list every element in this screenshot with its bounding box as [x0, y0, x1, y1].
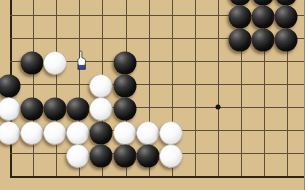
star-point — [216, 105, 221, 110]
grid-line-horizontal — [10, 84, 305, 85]
black-stone — [229, 29, 252, 52]
white-stone — [44, 121, 67, 144]
white-stone — [0, 98, 21, 121]
black-stone — [90, 121, 113, 144]
black-stone — [21, 52, 44, 75]
white-stone — [113, 121, 136, 144]
black-stone — [67, 98, 90, 121]
white-stone — [90, 75, 113, 98]
white-stone — [0, 121, 21, 144]
white-stone — [67, 144, 90, 167]
grid-line-vertical — [195, 0, 196, 178]
white-stone — [90, 98, 113, 121]
black-stone — [252, 29, 275, 52]
black-stone — [90, 144, 113, 167]
go-board[interactable] — [0, 0, 304, 190]
white-stone — [159, 121, 182, 144]
black-stone — [229, 6, 252, 29]
black-stone — [252, 6, 275, 29]
grid-line-vertical — [218, 0, 219, 178]
grid-line-vertical — [33, 0, 34, 178]
black-stone — [113, 98, 136, 121]
white-stone — [44, 52, 67, 75]
black-stone — [113, 52, 136, 75]
black-stone — [21, 98, 44, 121]
white-stone — [159, 144, 182, 167]
grid-line-vertical — [56, 0, 57, 178]
white-stone — [67, 121, 90, 144]
white-stone — [21, 121, 44, 144]
black-stone — [113, 75, 136, 98]
black-stone — [275, 6, 298, 29]
white-stone — [136, 121, 159, 144]
black-stone — [0, 75, 21, 98]
black-stone — [275, 29, 298, 52]
black-stone — [113, 144, 136, 167]
board-bottom-edge-line — [10, 176, 305, 178]
black-stone — [44, 98, 67, 121]
black-stone — [136, 144, 159, 167]
